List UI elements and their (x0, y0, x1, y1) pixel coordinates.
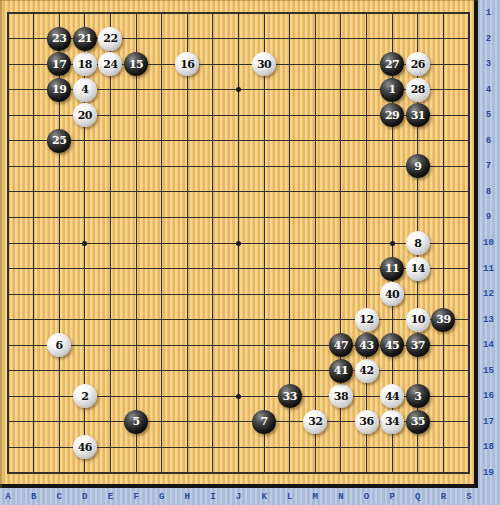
stone-black-C3: 17 (47, 52, 71, 76)
row-label-11: 11 (478, 263, 499, 275)
stone-black-P14: 45 (380, 333, 404, 357)
row-label-15: 15 (478, 365, 499, 377)
stone-white-D4: 4 (73, 78, 97, 102)
stone-black-Q17: 35 (406, 410, 430, 434)
row-label-5: 5 (478, 109, 499, 121)
star-point-P10 (390, 241, 395, 246)
row-label-2: 2 (478, 33, 499, 45)
star-point-J10 (236, 241, 241, 246)
column-label-I: I (203, 491, 223, 503)
stone-white-D18: 46 (73, 435, 97, 459)
stone-black-F17: 5 (124, 410, 148, 434)
stone-white-P12: 40 (380, 282, 404, 306)
row-label-7: 7 (478, 160, 499, 172)
stone-white-Q4: 28 (406, 78, 430, 102)
column-label-K: K (254, 491, 274, 503)
stone-white-E2: 22 (98, 27, 122, 51)
stone-white-Q3: 26 (406, 52, 430, 76)
stone-black-Q5: 31 (406, 103, 430, 127)
stone-black-Q16: 3 (406, 384, 430, 408)
row-label-17: 17 (478, 416, 499, 428)
row-label-13: 13 (478, 314, 499, 326)
row-label-14: 14 (478, 339, 499, 351)
star-point-J4 (236, 87, 241, 92)
go-board-window: 1234567891011121415161718192021222324252… (0, 0, 500, 505)
stone-black-O14: 43 (355, 333, 379, 357)
grid-line-vertical-R (443, 12, 444, 474)
column-label-M: M (305, 491, 325, 503)
stone-white-D16: 2 (73, 384, 97, 408)
stone-white-O15: 42 (355, 359, 379, 383)
stone-white-Q11: 14 (406, 257, 430, 281)
row-label-10: 10 (478, 237, 499, 249)
stone-black-P4: 1 (380, 78, 404, 102)
stone-black-Q14: 37 (406, 333, 430, 357)
column-label-Q: Q (408, 491, 428, 503)
stone-white-O13: 12 (355, 308, 379, 332)
stone-white-P17: 34 (380, 410, 404, 434)
grid-line-vertical-S (468, 12, 470, 474)
go-board[interactable]: 1234567891011121415161718192021222324252… (0, 0, 478, 488)
row-label-3: 3 (478, 58, 499, 70)
column-label-C: C (49, 491, 69, 503)
stone-white-D5: 20 (73, 103, 97, 127)
stone-black-N15: 41 (329, 359, 353, 383)
column-label-S: S (459, 491, 479, 503)
stone-black-C2: 23 (47, 27, 71, 51)
stone-white-O17: 36 (355, 410, 379, 434)
row-label-18: 18 (478, 441, 499, 453)
row-label-12: 12 (478, 288, 499, 300)
stone-black-C6: 25 (47, 129, 71, 153)
stone-white-C14: 6 (47, 333, 71, 357)
column-label-G: G (152, 491, 172, 503)
row-label-1: 1 (478, 7, 499, 19)
stone-black-F3: 15 (124, 52, 148, 76)
row-label-16: 16 (478, 390, 499, 402)
row-label-8: 8 (478, 186, 499, 198)
row-label-9: 9 (478, 211, 499, 223)
column-label-H: H (177, 491, 197, 503)
stone-black-L16: 33 (278, 384, 302, 408)
grid-line-vertical-K (264, 12, 265, 474)
column-label-P: P (382, 491, 402, 503)
stone-white-H3: 16 (175, 52, 199, 76)
column-label-L: L (280, 491, 300, 503)
column-label-J: J (229, 491, 249, 503)
grid-line-vertical-M (315, 12, 316, 474)
stone-black-P3: 27 (380, 52, 404, 76)
grid-line-horizontal-19 (7, 472, 470, 474)
stone-black-R13: 39 (431, 308, 455, 332)
stone-black-N14: 47 (329, 333, 353, 357)
stone-white-Q10: 8 (406, 231, 430, 255)
board-left-edge-shadow (0, 0, 2, 488)
stone-white-K3: 30 (252, 52, 276, 76)
stone-black-P11: 11 (380, 257, 404, 281)
stone-black-C4: 19 (47, 78, 71, 102)
grid-line-horizontal-15 (7, 370, 470, 371)
column-label-R: R (433, 491, 453, 503)
stone-white-M17: 32 (303, 410, 327, 434)
stone-white-N16: 38 (329, 384, 353, 408)
board-top-edge-shadow (0, 0, 478, 1)
column-label-A: A (0, 491, 18, 503)
column-label-F: F (126, 491, 146, 503)
stone-white-P16: 44 (380, 384, 404, 408)
row-label-19: 19 (478, 467, 499, 479)
grid-line-vertical-O (366, 12, 367, 474)
row-label-6: 6 (478, 135, 499, 147)
column-label-N: N (331, 491, 351, 503)
column-label-E: E (100, 491, 120, 503)
row-label-4: 4 (478, 84, 499, 96)
column-label-D: D (75, 491, 95, 503)
grid-line-horizontal-13 (7, 319, 470, 320)
stone-black-D2: 21 (73, 27, 97, 51)
stone-white-D3: 18 (73, 52, 97, 76)
star-point-D10 (82, 241, 87, 246)
stone-black-K17: 7 (252, 410, 276, 434)
star-point-J16 (236, 394, 241, 399)
column-label-B: B (24, 491, 44, 503)
stone-white-Q13: 10 (406, 308, 430, 332)
stone-black-P5: 29 (380, 103, 404, 127)
stone-black-Q7: 9 (406, 154, 430, 178)
column-label-O: O (357, 491, 377, 503)
stone-white-E3: 24 (98, 52, 122, 76)
